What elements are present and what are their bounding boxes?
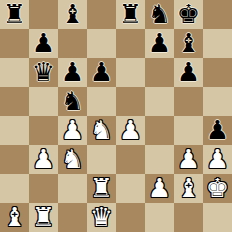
black-bishop[interactable]: ♝ [61, 0, 84, 29]
white-rook[interactable]: ♜ [32, 203, 55, 232]
square-d2[interactable]: ♜ [87, 174, 116, 203]
white-bishop[interactable]: ♝ [177, 174, 200, 203]
white-pawn[interactable]: ♟ [61, 116, 84, 145]
square-e8[interactable]: ♜ [116, 0, 145, 29]
square-c5[interactable]: ♞ [58, 87, 87, 116]
square-b7[interactable]: ♟ [29, 29, 58, 58]
square-b5[interactable] [29, 87, 58, 116]
square-a5[interactable] [0, 87, 29, 116]
square-e3[interactable] [116, 145, 145, 174]
black-knight[interactable]: ♞ [148, 0, 171, 29]
square-c4[interactable]: ♟ [58, 116, 87, 145]
square-f3[interactable] [145, 145, 174, 174]
square-d1[interactable]: ♛ [87, 203, 116, 232]
square-g8[interactable]: ♚ [174, 0, 203, 29]
square-d4[interactable]: ♞ [87, 116, 116, 145]
white-knight[interactable]: ♞ [90, 116, 113, 145]
square-c6[interactable]: ♟ [58, 58, 87, 87]
square-h8[interactable] [203, 0, 232, 29]
white-pawn[interactable]: ♟ [206, 145, 229, 174]
square-h6[interactable] [203, 58, 232, 87]
square-b8[interactable] [29, 0, 58, 29]
square-c1[interactable] [58, 203, 87, 232]
square-b2[interactable] [29, 174, 58, 203]
square-g4[interactable] [174, 116, 203, 145]
square-g2[interactable]: ♝ [174, 174, 203, 203]
square-b6[interactable]: ♛ [29, 58, 58, 87]
square-b1[interactable]: ♜ [29, 203, 58, 232]
square-d8[interactable] [87, 0, 116, 29]
square-f4[interactable] [145, 116, 174, 145]
black-pawn[interactable]: ♟ [177, 58, 200, 87]
black-rook[interactable]: ♜ [3, 0, 26, 29]
square-e4[interactable]: ♟ [116, 116, 145, 145]
square-f6[interactable] [145, 58, 174, 87]
square-h7[interactable] [203, 29, 232, 58]
square-d7[interactable] [87, 29, 116, 58]
square-f1[interactable] [145, 203, 174, 232]
square-b4[interactable] [29, 116, 58, 145]
square-h1[interactable] [203, 203, 232, 232]
white-bishop[interactable]: ♝ [3, 203, 26, 232]
square-a7[interactable] [0, 29, 29, 58]
white-pawn[interactable]: ♟ [32, 145, 55, 174]
square-f8[interactable]: ♞ [145, 0, 174, 29]
white-rook[interactable]: ♜ [90, 174, 113, 203]
square-a8[interactable]: ♜ [0, 0, 29, 29]
square-b3[interactable]: ♟ [29, 145, 58, 174]
white-pawn[interactable]: ♟ [148, 174, 171, 203]
square-h2[interactable]: ♚ [203, 174, 232, 203]
black-knight[interactable]: ♞ [61, 87, 84, 116]
square-h5[interactable] [203, 87, 232, 116]
square-e2[interactable] [116, 174, 145, 203]
square-h3[interactable]: ♟ [203, 145, 232, 174]
square-a1[interactable]: ♝ [0, 203, 29, 232]
white-queen[interactable]: ♛ [90, 203, 113, 232]
square-g1[interactable] [174, 203, 203, 232]
white-pawn[interactable]: ♟ [177, 145, 200, 174]
square-c2[interactable] [58, 174, 87, 203]
white-knight[interactable]: ♞ [61, 145, 84, 174]
square-f2[interactable]: ♟ [145, 174, 174, 203]
black-pawn[interactable]: ♟ [32, 29, 55, 58]
square-d3[interactable] [87, 145, 116, 174]
black-bishop[interactable]: ♝ [177, 29, 200, 58]
square-e7[interactable] [116, 29, 145, 58]
square-a4[interactable] [0, 116, 29, 145]
square-g7[interactable]: ♝ [174, 29, 203, 58]
black-pawn[interactable]: ♟ [61, 58, 84, 87]
square-e1[interactable] [116, 203, 145, 232]
white-king[interactable]: ♚ [206, 174, 229, 203]
square-g5[interactable] [174, 87, 203, 116]
square-a3[interactable] [0, 145, 29, 174]
square-a6[interactable] [0, 58, 29, 87]
square-e6[interactable] [116, 58, 145, 87]
black-rook[interactable]: ♜ [119, 0, 142, 29]
white-pawn[interactable]: ♟ [119, 116, 142, 145]
square-f7[interactable]: ♟ [145, 29, 174, 58]
black-king[interactable]: ♚ [177, 0, 200, 29]
black-pawn[interactable]: ♟ [90, 58, 113, 87]
black-pawn[interactable]: ♟ [206, 116, 229, 145]
square-d6[interactable]: ♟ [87, 58, 116, 87]
square-d5[interactable] [87, 87, 116, 116]
square-f5[interactable] [145, 87, 174, 116]
square-c8[interactable]: ♝ [58, 0, 87, 29]
square-g3[interactable]: ♟ [174, 145, 203, 174]
square-e5[interactable] [116, 87, 145, 116]
square-g6[interactable]: ♟ [174, 58, 203, 87]
square-c3[interactable]: ♞ [58, 145, 87, 174]
square-a2[interactable] [0, 174, 29, 203]
chess-board: ♜♝♜♞♚♟♟♝♛♟♟♟♞♟♞♟♟♟♞♟♟♜♟♝♚♝♜♛ [0, 0, 232, 232]
black-queen[interactable]: ♛ [32, 58, 55, 87]
black-pawn[interactable]: ♟ [148, 29, 171, 58]
square-h4[interactable]: ♟ [203, 116, 232, 145]
square-c7[interactable] [58, 29, 87, 58]
